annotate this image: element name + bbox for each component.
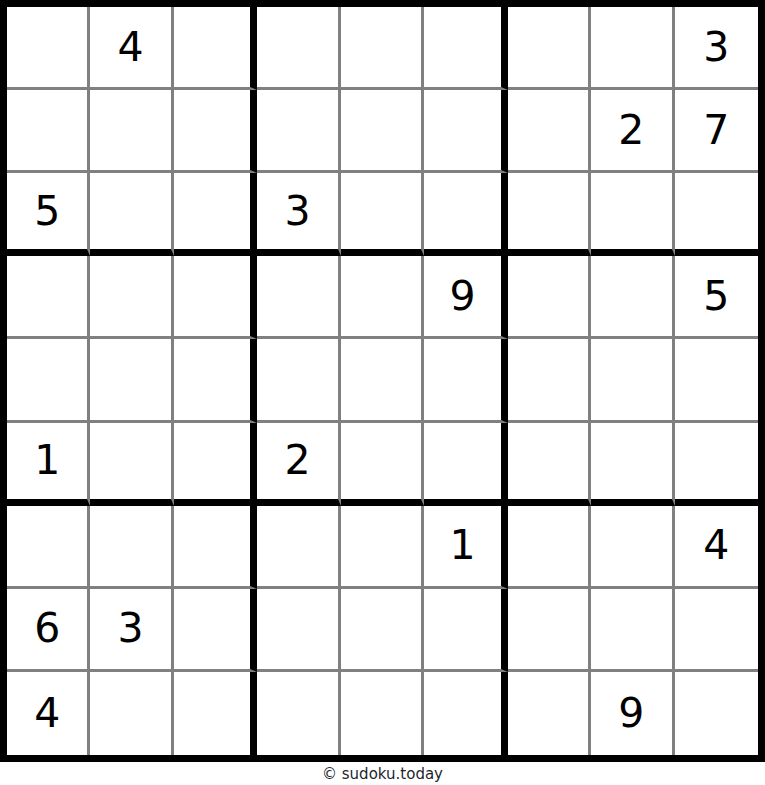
cell-r8c3[interactable] [174, 589, 257, 672]
cell-r9c3[interactable] [174, 672, 257, 755]
cell-r9c1[interactable]: 4 [7, 672, 90, 755]
cell-r8c5[interactable] [341, 589, 424, 672]
cell-r7c9[interactable]: 4 [675, 506, 758, 589]
cell-r6c3[interactable] [174, 423, 257, 506]
cell-r1c4[interactable] [257, 7, 340, 90]
cell-r1c5[interactable] [341, 7, 424, 90]
cell-r8c1[interactable]: 6 [7, 589, 90, 672]
cell-r2c6[interactable] [424, 90, 507, 173]
cell-r9c7[interactable] [508, 672, 591, 755]
cell-r3c2[interactable] [90, 173, 173, 256]
cell-r5c2[interactable] [90, 339, 173, 422]
cell-r5c3[interactable] [174, 339, 257, 422]
cell-r3c5[interactable] [341, 173, 424, 256]
cell-r6c4[interactable]: 2 [257, 423, 340, 506]
cell-r2c5[interactable] [341, 90, 424, 173]
cell-r9c6[interactable] [424, 672, 507, 755]
cell-r7c4[interactable] [257, 506, 340, 589]
cell-r8c6[interactable] [424, 589, 507, 672]
cell-r9c2[interactable] [90, 672, 173, 755]
cell-r5c8[interactable] [591, 339, 674, 422]
cell-r6c6[interactable] [424, 423, 507, 506]
cell-r6c5[interactable] [341, 423, 424, 506]
cell-r3c6[interactable] [424, 173, 507, 256]
cell-r8c8[interactable] [591, 589, 674, 672]
site-credit-label[interactable]: © sudoku.today [322, 765, 443, 783]
cell-r4c5[interactable] [341, 256, 424, 339]
cell-r6c2[interactable] [90, 423, 173, 506]
cell-r7c7[interactable] [508, 506, 591, 589]
cell-r1c9[interactable]: 3 [675, 7, 758, 90]
cell-r9c5[interactable] [341, 672, 424, 755]
cell-r4c7[interactable] [508, 256, 591, 339]
cell-r2c4[interactable] [257, 90, 340, 173]
cell-r8c4[interactable] [257, 589, 340, 672]
cell-r5c6[interactable] [424, 339, 507, 422]
cell-r9c8[interactable]: 9 [591, 672, 674, 755]
cell-r5c9[interactable] [675, 339, 758, 422]
cell-r5c1[interactable] [7, 339, 90, 422]
cell-r4c3[interactable] [174, 256, 257, 339]
cell-r6c1[interactable]: 1 [7, 423, 90, 506]
cell-r9c4[interactable] [257, 672, 340, 755]
cell-r6c9[interactable] [675, 423, 758, 506]
cell-r3c8[interactable] [591, 173, 674, 256]
cell-r7c1[interactable] [7, 506, 90, 589]
cell-r7c5[interactable] [341, 506, 424, 589]
cell-r7c3[interactable] [174, 506, 257, 589]
cell-r4c9[interactable]: 5 [675, 256, 758, 339]
cell-r3c7[interactable] [508, 173, 591, 256]
cell-r3c9[interactable] [675, 173, 758, 256]
cell-r2c1[interactable] [7, 90, 90, 173]
cell-r5c4[interactable] [257, 339, 340, 422]
cell-r3c1[interactable]: 5 [7, 173, 90, 256]
cell-r4c4[interactable] [257, 256, 340, 339]
cell-r1c2[interactable]: 4 [90, 7, 173, 90]
cell-r2c8[interactable]: 2 [591, 90, 674, 173]
cell-r3c3[interactable] [174, 173, 257, 256]
cell-r5c7[interactable] [508, 339, 591, 422]
cell-r2c3[interactable] [174, 90, 257, 173]
cell-r1c6[interactable] [424, 7, 507, 90]
cell-r5c5[interactable] [341, 339, 424, 422]
cell-r7c2[interactable] [90, 506, 173, 589]
cell-r2c2[interactable] [90, 90, 173, 173]
cell-r8c7[interactable] [508, 589, 591, 672]
cell-r2c7[interactable] [508, 90, 591, 173]
cell-r3c4[interactable]: 3 [257, 173, 340, 256]
cell-r9c9[interactable] [675, 672, 758, 755]
cell-r1c1[interactable] [7, 7, 90, 90]
cell-r6c8[interactable] [591, 423, 674, 506]
cell-r8c9[interactable] [675, 589, 758, 672]
cell-r4c1[interactable] [7, 256, 90, 339]
cell-r2c9[interactable]: 7 [675, 90, 758, 173]
cell-r4c2[interactable] [90, 256, 173, 339]
cell-r1c3[interactable] [174, 7, 257, 90]
cell-r8c2[interactable]: 3 [90, 589, 173, 672]
site-credit[interactable]: © sudoku.today [0, 762, 765, 785]
cell-r4c6[interactable]: 9 [424, 256, 507, 339]
cell-r4c8[interactable] [591, 256, 674, 339]
cell-r1c7[interactable] [508, 7, 591, 90]
cell-r6c7[interactable] [508, 423, 591, 506]
cell-r7c8[interactable] [591, 506, 674, 589]
cell-r1c8[interactable] [591, 7, 674, 90]
sudoku-board: 4327539512146349 [0, 0, 765, 762]
cell-r7c6[interactable]: 1 [424, 506, 507, 589]
